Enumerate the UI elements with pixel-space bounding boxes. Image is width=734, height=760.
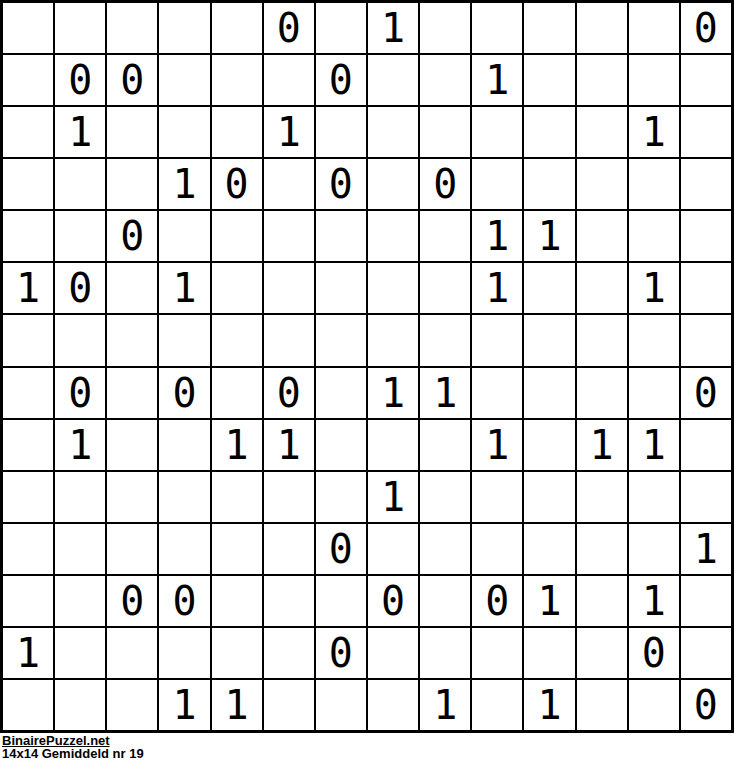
cell-r12c6[interactable] bbox=[264, 576, 314, 626]
cell-r13c2[interactable] bbox=[55, 628, 105, 678]
cell-r5c4[interactable] bbox=[159, 211, 209, 261]
cell-r11c7: 0 bbox=[316, 524, 366, 574]
cell-r1c8: 1 bbox=[368, 3, 418, 53]
cell-r10c6[interactable] bbox=[264, 472, 314, 522]
cell-r11c13[interactable] bbox=[629, 524, 679, 574]
cell-r13c13: 0 bbox=[629, 628, 679, 678]
cell-r13c3[interactable] bbox=[107, 628, 157, 678]
cell-r3c8[interactable] bbox=[368, 107, 418, 157]
cell-r7c4[interactable] bbox=[159, 315, 209, 365]
cell-r9c12: 1 bbox=[577, 420, 627, 470]
cell-r11c1[interactable] bbox=[3, 524, 53, 574]
cell-r4c10[interactable] bbox=[472, 159, 522, 209]
cell-r13c5[interactable] bbox=[212, 628, 262, 678]
cell-r5c5[interactable] bbox=[212, 211, 262, 261]
cell-r3c7[interactable] bbox=[316, 107, 366, 157]
cell-r6c7[interactable] bbox=[316, 263, 366, 313]
cell-r11c5[interactable] bbox=[212, 524, 262, 574]
cell-r7c12[interactable] bbox=[577, 315, 627, 365]
cell-r6c8[interactable] bbox=[368, 263, 418, 313]
cell-r9c4[interactable] bbox=[159, 420, 209, 470]
cell-r1c1[interactable] bbox=[3, 3, 53, 53]
cell-r10c1[interactable] bbox=[3, 472, 53, 522]
cell-r7c2[interactable] bbox=[55, 315, 105, 365]
cell-r1c9[interactable] bbox=[420, 3, 470, 53]
cell-r14c14: 0 bbox=[681, 680, 731, 730]
cell-r11c8[interactable] bbox=[368, 524, 418, 574]
cell-r12c1[interactable] bbox=[3, 576, 53, 626]
cell-r12c12[interactable] bbox=[577, 576, 627, 626]
cell-r12c9[interactable] bbox=[420, 576, 470, 626]
cell-r4c3[interactable] bbox=[107, 159, 157, 209]
cell-r9c6: 1 bbox=[264, 420, 314, 470]
cell-r9c9[interactable] bbox=[420, 420, 470, 470]
cell-r10c10[interactable] bbox=[472, 472, 522, 522]
cell-r8c9: 1 bbox=[420, 368, 470, 418]
cell-r4c14[interactable] bbox=[681, 159, 731, 209]
cell-r8c7[interactable] bbox=[316, 368, 366, 418]
cell-r1c14: 0 bbox=[681, 3, 731, 53]
cell-r1c2[interactable] bbox=[55, 3, 105, 53]
cell-r10c8: 1 bbox=[368, 472, 418, 522]
cell-r8c14: 0 bbox=[681, 368, 731, 418]
cell-r9c8[interactable] bbox=[368, 420, 418, 470]
cell-r1c11[interactable] bbox=[524, 3, 574, 53]
cell-r8c10[interactable] bbox=[472, 368, 522, 418]
cell-r3c3[interactable] bbox=[107, 107, 157, 157]
cell-r14c11: 1 bbox=[524, 680, 574, 730]
cell-r14c12[interactable] bbox=[577, 680, 627, 730]
cell-r4c8[interactable] bbox=[368, 159, 418, 209]
cell-r2c12[interactable] bbox=[577, 55, 627, 105]
cell-r14c2[interactable] bbox=[55, 680, 105, 730]
cell-r7c3[interactable] bbox=[107, 315, 157, 365]
cell-r14c4: 1 bbox=[159, 680, 209, 730]
cell-r1c12[interactable] bbox=[577, 3, 627, 53]
cell-r9c14[interactable] bbox=[681, 420, 731, 470]
cell-r10c12[interactable] bbox=[577, 472, 627, 522]
cell-r4c7: 0 bbox=[316, 159, 366, 209]
cell-r7c14[interactable] bbox=[681, 315, 731, 365]
cell-r7c9[interactable] bbox=[420, 315, 470, 365]
cell-r2c10: 1 bbox=[472, 55, 522, 105]
cell-r2c4[interactable] bbox=[159, 55, 209, 105]
cell-r2c7: 0 bbox=[316, 55, 366, 105]
cell-r5c1[interactable] bbox=[3, 211, 53, 261]
cell-r11c4[interactable] bbox=[159, 524, 209, 574]
cell-r8c3[interactable] bbox=[107, 368, 157, 418]
cell-r12c4: 0 bbox=[159, 576, 209, 626]
cell-r7c8[interactable] bbox=[368, 315, 418, 365]
cell-r14c5: 1 bbox=[212, 680, 262, 730]
cell-r10c4[interactable] bbox=[159, 472, 209, 522]
cell-r12c3: 0 bbox=[107, 576, 157, 626]
cell-r1c5[interactable] bbox=[212, 3, 262, 53]
cell-r8c2: 0 bbox=[55, 368, 105, 418]
cell-r12c10: 0 bbox=[472, 576, 522, 626]
cell-r12c5[interactable] bbox=[212, 576, 262, 626]
cell-r8c11[interactable] bbox=[524, 368, 574, 418]
cell-r3c6: 1 bbox=[264, 107, 314, 157]
cell-r9c5: 1 bbox=[212, 420, 262, 470]
puzzle-caption: 14x14 Gemiddeld nr 19 bbox=[2, 747, 732, 760]
cell-r4c13[interactable] bbox=[629, 159, 679, 209]
cell-r10c5[interactable] bbox=[212, 472, 262, 522]
cell-r6c11[interactable] bbox=[524, 263, 574, 313]
cell-r6c10: 1 bbox=[472, 263, 522, 313]
cell-r8c12[interactable] bbox=[577, 368, 627, 418]
cell-r8c1[interactable] bbox=[3, 368, 53, 418]
cell-r9c10: 1 bbox=[472, 420, 522, 470]
cell-r11c14: 1 bbox=[681, 524, 731, 574]
cell-r12c11: 1 bbox=[524, 576, 574, 626]
cell-r10c3[interactable] bbox=[107, 472, 157, 522]
cell-r2c1[interactable] bbox=[3, 55, 53, 105]
cell-r1c7[interactable] bbox=[316, 3, 366, 53]
cell-r2c2: 0 bbox=[55, 55, 105, 105]
cell-r2c13[interactable] bbox=[629, 55, 679, 105]
cell-r7c10[interactable] bbox=[472, 315, 522, 365]
cell-r13c14[interactable] bbox=[681, 628, 731, 678]
cell-r14c7[interactable] bbox=[316, 680, 366, 730]
cell-r4c9: 0 bbox=[420, 159, 470, 209]
cell-r10c2[interactable] bbox=[55, 472, 105, 522]
cell-r14c13[interactable] bbox=[629, 680, 679, 730]
cell-r4c5: 0 bbox=[212, 159, 262, 209]
cell-r5c3: 0 bbox=[107, 211, 157, 261]
cell-r2c11[interactable] bbox=[524, 55, 574, 105]
cell-r3c10[interactable] bbox=[472, 107, 522, 157]
cell-r3c11[interactable] bbox=[524, 107, 574, 157]
cell-r5c8[interactable] bbox=[368, 211, 418, 261]
cell-r7c13[interactable] bbox=[629, 315, 679, 365]
cell-r13c11[interactable] bbox=[524, 628, 574, 678]
cell-r5c6[interactable] bbox=[264, 211, 314, 261]
cell-r3c1[interactable] bbox=[3, 107, 53, 157]
cell-r8c5[interactable] bbox=[212, 368, 262, 418]
cell-r3c14[interactable] bbox=[681, 107, 731, 157]
cell-r5c14[interactable] bbox=[681, 211, 731, 261]
cell-r3c5[interactable] bbox=[212, 107, 262, 157]
cell-r8c8: 1 bbox=[368, 368, 418, 418]
cell-r4c4: 1 bbox=[159, 159, 209, 209]
cell-r1c10[interactable] bbox=[472, 3, 522, 53]
cell-r6c14[interactable] bbox=[681, 263, 731, 313]
cell-r13c6[interactable] bbox=[264, 628, 314, 678]
cell-r13c8[interactable] bbox=[368, 628, 418, 678]
cell-r5c10: 1 bbox=[472, 211, 522, 261]
cell-r3c12[interactable] bbox=[577, 107, 627, 157]
cell-r6c6[interactable] bbox=[264, 263, 314, 313]
cell-r11c9[interactable] bbox=[420, 524, 470, 574]
cell-r14c9: 1 bbox=[420, 680, 470, 730]
cell-r14c10[interactable] bbox=[472, 680, 522, 730]
cell-r5c12[interactable] bbox=[577, 211, 627, 261]
cell-r9c13: 1 bbox=[629, 420, 679, 470]
cell-r10c7[interactable] bbox=[316, 472, 366, 522]
cell-r11c3[interactable] bbox=[107, 524, 157, 574]
cell-r7c6[interactable] bbox=[264, 315, 314, 365]
cell-r4c6[interactable] bbox=[264, 159, 314, 209]
cell-r1c4[interactable] bbox=[159, 3, 209, 53]
cell-r11c6[interactable] bbox=[264, 524, 314, 574]
cell-r1c3[interactable] bbox=[107, 3, 157, 53]
cell-r7c1[interactable] bbox=[3, 315, 53, 365]
cell-r13c7: 0 bbox=[316, 628, 366, 678]
cell-r4c1[interactable] bbox=[3, 159, 53, 209]
cell-r7c7[interactable] bbox=[316, 315, 366, 365]
cell-r11c11[interactable] bbox=[524, 524, 574, 574]
cell-r12c13: 1 bbox=[629, 576, 679, 626]
cell-r5c11: 1 bbox=[524, 211, 574, 261]
cell-r11c10[interactable] bbox=[472, 524, 522, 574]
cell-r5c13[interactable] bbox=[629, 211, 679, 261]
footer: BinairePuzzel.net 14x14 Gemiddeld nr 19 bbox=[0, 733, 734, 760]
cell-r6c2: 0 bbox=[55, 263, 105, 313]
cell-r6c9[interactable] bbox=[420, 263, 470, 313]
cell-r2c5[interactable] bbox=[212, 55, 262, 105]
cell-r5c9[interactable] bbox=[420, 211, 470, 261]
cell-r9c11[interactable] bbox=[524, 420, 574, 470]
cell-r1c13[interactable] bbox=[629, 3, 679, 53]
cell-r14c3[interactable] bbox=[107, 680, 157, 730]
cell-r13c12[interactable] bbox=[577, 628, 627, 678]
cell-r3c9[interactable] bbox=[420, 107, 470, 157]
cell-r3c2: 1 bbox=[55, 107, 105, 157]
cell-r13c1: 1 bbox=[3, 628, 53, 678]
cell-r9c1[interactable] bbox=[3, 420, 53, 470]
cell-r13c9[interactable] bbox=[420, 628, 470, 678]
cell-r11c12[interactable] bbox=[577, 524, 627, 574]
cell-r7c11[interactable] bbox=[524, 315, 574, 365]
cell-r14c1[interactable] bbox=[3, 680, 53, 730]
cell-r8c13[interactable] bbox=[629, 368, 679, 418]
cell-r7c5[interactable] bbox=[212, 315, 262, 365]
cell-r12c2[interactable] bbox=[55, 576, 105, 626]
cell-r8c6: 0 bbox=[264, 368, 314, 418]
cell-r12c8: 0 bbox=[368, 576, 418, 626]
cell-r10c9[interactable] bbox=[420, 472, 470, 522]
cell-r2c6[interactable] bbox=[264, 55, 314, 105]
cell-r6c1: 1 bbox=[3, 263, 53, 313]
cell-r5c7[interactable] bbox=[316, 211, 366, 261]
cell-r12c14[interactable] bbox=[681, 576, 731, 626]
cell-r13c10[interactable] bbox=[472, 628, 522, 678]
cell-r10c14[interactable] bbox=[681, 472, 731, 522]
cell-r10c13[interactable] bbox=[629, 472, 679, 522]
cell-r2c3: 0 bbox=[107, 55, 157, 105]
cell-r2c9[interactable] bbox=[420, 55, 470, 105]
cell-r3c4[interactable] bbox=[159, 107, 209, 157]
cell-r6c3[interactable] bbox=[107, 263, 157, 313]
cell-r6c4: 1 bbox=[159, 263, 209, 313]
cell-r11c2[interactable] bbox=[55, 524, 105, 574]
cell-r4c11[interactable] bbox=[524, 159, 574, 209]
cell-r13c4[interactable] bbox=[159, 628, 209, 678]
cell-r9c7[interactable] bbox=[316, 420, 366, 470]
cell-r3c13: 1 bbox=[629, 107, 679, 157]
cell-r4c2[interactable] bbox=[55, 159, 105, 209]
puzzle-board: 0100001111100001110111000110111111101000… bbox=[0, 0, 734, 733]
cell-r9c3[interactable] bbox=[107, 420, 157, 470]
cell-r14c8[interactable] bbox=[368, 680, 418, 730]
cell-r5c2[interactable] bbox=[55, 211, 105, 261]
cell-r8c4: 0 bbox=[159, 368, 209, 418]
cell-r14c6[interactable] bbox=[264, 680, 314, 730]
cell-r6c13: 1 bbox=[629, 263, 679, 313]
cell-r9c2: 1 bbox=[55, 420, 105, 470]
cell-r4c12[interactable] bbox=[577, 159, 627, 209]
cell-r2c14[interactable] bbox=[681, 55, 731, 105]
cell-r2c8[interactable] bbox=[368, 55, 418, 105]
cell-r6c5[interactable] bbox=[212, 263, 262, 313]
cell-r6c12[interactable] bbox=[577, 263, 627, 313]
cell-r10c11[interactable] bbox=[524, 472, 574, 522]
cell-r1c6: 0 bbox=[264, 3, 314, 53]
cell-r12c7[interactable] bbox=[316, 576, 366, 626]
